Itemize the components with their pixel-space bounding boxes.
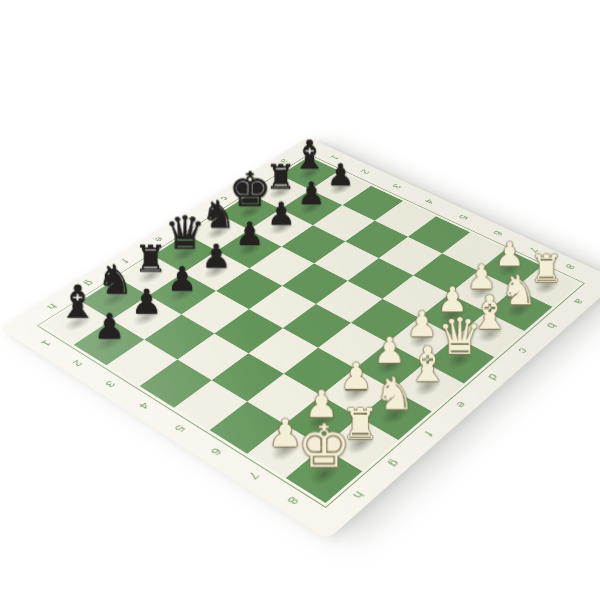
black-pawn-glyph: ♟ <box>131 285 162 319</box>
white-king-glyph: ♚ <box>297 417 351 477</box>
file-label-bottom-d: d <box>480 368 505 386</box>
board-grid: ♝♞♜♛♞♚♜♝♟♟♟♟♟♟♟♟♟♟♟♟♟♟♟♟♚♜♞♝♛♝♞♜ <box>37 154 585 508</box>
file-label-bottom-b: b <box>540 318 563 334</box>
square-d4 <box>282 263 348 304</box>
black-bishop-glyph: ♝ <box>57 279 98 325</box>
black-pawn-glyph: ♟ <box>327 159 354 190</box>
black-pawn-glyph: ♟ <box>267 198 295 230</box>
board-surface: ♝♞♜♛♞♚♜♝♟♟♟♟♟♟♟♟♟♟♟♟♟♟♟♟♚♜♞♝♛♝♞♜ hh11gg2… <box>0 137 600 540</box>
chess-board: ♝♞♜♛♞♚♜♝♟♟♟♟♟♟♟♟♟♟♟♟♟♟♟♟♚♜♞♝♛♝♞♜ hh11gg2… <box>0 137 600 540</box>
black-knight-glyph: ♞ <box>201 195 235 233</box>
white-knight-glyph: ♞ <box>375 372 415 417</box>
black-bishop-glyph: ♝ <box>292 135 328 175</box>
file-label-bottom-e: e <box>449 395 474 413</box>
file-label-bottom-f: f <box>415 424 441 443</box>
black-pawn-glyph: ♟ <box>297 178 325 209</box>
file-label-bottom-c: c <box>511 342 535 359</box>
rank-label-left-1: 1 <box>33 335 59 352</box>
black-pawn-glyph: ♟ <box>167 262 197 296</box>
white-pawn-glyph: ♟ <box>374 332 406 368</box>
black-pawn-glyph: ♟ <box>93 309 125 344</box>
white-pawn-glyph: ♟ <box>340 358 373 395</box>
product-photo-scene: ♝♞♜♛♞♚♜♝♟♟♟♟♟♟♟♟♟♟♟♟♟♟♟♟♚♜♞♝♛♝♞♜ hh11gg2… <box>0 0 600 600</box>
black-rook-glyph: ♜ <box>134 240 167 277</box>
black-pawn-glyph: ♟ <box>235 218 264 250</box>
black-queen-glyph: ♛ <box>164 209 205 255</box>
file-label-bottom-a: a <box>568 294 591 309</box>
black-knight-glyph: ♞ <box>96 260 133 301</box>
black-pawn-glyph: ♟ <box>202 239 232 272</box>
